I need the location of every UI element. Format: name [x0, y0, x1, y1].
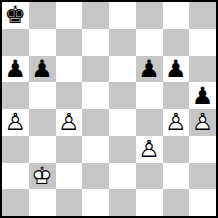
- square-c4[interactable]: ♟♙: [56, 109, 83, 136]
- square-b1[interactable]: [29, 189, 56, 216]
- square-a2[interactable]: [2, 163, 29, 190]
- square-b8[interactable]: [29, 2, 56, 29]
- piece-glyph-solid: ♟: [192, 82, 214, 109]
- piece-glyph-outline: ♙: [192, 109, 214, 136]
- square-c3[interactable]: [56, 136, 83, 163]
- piece-glyph-solid: ♟: [31, 56, 53, 83]
- square-f1[interactable]: [136, 189, 163, 216]
- square-e8[interactable]: [109, 2, 136, 29]
- square-h1[interactable]: [189, 189, 216, 216]
- white-king[interactable]: ♚♔: [31, 164, 53, 188]
- square-b7[interactable]: [29, 29, 56, 56]
- square-h4[interactable]: ♟♙: [189, 109, 216, 136]
- white-pawn[interactable]: ♟♙: [5, 110, 27, 134]
- square-c8[interactable]: [56, 2, 83, 29]
- square-a7[interactable]: [2, 29, 29, 56]
- square-b3[interactable]: [29, 136, 56, 163]
- square-a5[interactable]: [2, 82, 29, 109]
- square-g3[interactable]: [163, 136, 190, 163]
- square-h7[interactable]: [189, 29, 216, 56]
- square-h3[interactable]: [189, 136, 216, 163]
- piece-glyph-solid: ♟: [138, 56, 160, 83]
- piece-glyph-outline: ♙: [165, 109, 187, 136]
- square-e6[interactable]: [109, 56, 136, 83]
- piece-glyph-solid: ♟: [5, 56, 27, 83]
- square-f7[interactable]: [136, 29, 163, 56]
- piece-glyph-outline: ♔: [31, 163, 53, 190]
- square-a4[interactable]: ♟♙: [2, 109, 29, 136]
- square-e1[interactable]: [109, 189, 136, 216]
- square-a6[interactable]: ♟: [2, 56, 29, 83]
- square-a3[interactable]: [2, 136, 29, 163]
- square-c6[interactable]: [56, 56, 83, 83]
- black-pawn[interactable]: ♟: [5, 57, 27, 81]
- square-d5[interactable]: [82, 82, 109, 109]
- piece-glyph-outline: ♙: [138, 136, 160, 163]
- square-f6[interactable]: ♟: [136, 56, 163, 83]
- black-pawn[interactable]: ♟: [165, 57, 187, 81]
- square-g5[interactable]: [163, 82, 190, 109]
- square-d3[interactable]: [82, 136, 109, 163]
- square-f3[interactable]: ♟♙: [136, 136, 163, 163]
- square-f4[interactable]: [136, 109, 163, 136]
- square-d6[interactable]: [82, 56, 109, 83]
- square-e3[interactable]: [109, 136, 136, 163]
- square-b5[interactable]: [29, 82, 56, 109]
- square-b2[interactable]: ♚♔: [29, 163, 56, 190]
- square-a8[interactable]: ♚: [2, 2, 29, 29]
- square-e5[interactable]: [109, 82, 136, 109]
- square-e7[interactable]: [109, 29, 136, 56]
- piece-glyph-outline: ♙: [58, 109, 80, 136]
- black-pawn[interactable]: ♟: [192, 84, 214, 108]
- piece-glyph-outline: ♙: [5, 109, 27, 136]
- square-g7[interactable]: [163, 29, 190, 56]
- square-d4[interactable]: [82, 109, 109, 136]
- piece-glyph-solid: ♚: [5, 2, 27, 29]
- black-king[interactable]: ♚: [5, 3, 27, 27]
- square-e4[interactable]: [109, 109, 136, 136]
- square-g2[interactable]: [163, 163, 190, 190]
- square-d7[interactable]: [82, 29, 109, 56]
- square-d1[interactable]: [82, 189, 109, 216]
- square-h8[interactable]: [189, 2, 216, 29]
- square-c5[interactable]: [56, 82, 83, 109]
- black-pawn[interactable]: ♟: [31, 57, 53, 81]
- square-b6[interactable]: ♟: [29, 56, 56, 83]
- square-f8[interactable]: [136, 2, 163, 29]
- black-pawn[interactable]: ♟: [138, 57, 160, 81]
- square-h5[interactable]: ♟: [189, 82, 216, 109]
- square-g8[interactable]: [163, 2, 190, 29]
- square-g6[interactable]: ♟: [163, 56, 190, 83]
- square-h2[interactable]: [189, 163, 216, 190]
- square-g4[interactable]: ♟♙: [163, 109, 190, 136]
- square-f2[interactable]: [136, 163, 163, 190]
- piece-glyph-solid: ♟: [165, 56, 187, 83]
- white-pawn[interactable]: ♟♙: [58, 110, 80, 134]
- white-pawn[interactable]: ♟♙: [138, 137, 160, 161]
- square-d2[interactable]: [82, 163, 109, 190]
- square-a1[interactable]: [2, 189, 29, 216]
- white-pawn[interactable]: ♟♙: [192, 110, 214, 134]
- square-c2[interactable]: [56, 163, 83, 190]
- square-g1[interactable]: [163, 189, 190, 216]
- square-h6[interactable]: [189, 56, 216, 83]
- square-c7[interactable]: [56, 29, 83, 56]
- square-c1[interactable]: [56, 189, 83, 216]
- square-e2[interactable]: [109, 163, 136, 190]
- square-d8[interactable]: [82, 2, 109, 29]
- white-pawn[interactable]: ♟♙: [165, 110, 187, 134]
- chess-board: ♚♟♟♟♟♟♟♙♟♙♟♙♟♙♟♙♚♔: [0, 0, 218, 218]
- square-b4[interactable]: [29, 109, 56, 136]
- square-f5[interactable]: [136, 82, 163, 109]
